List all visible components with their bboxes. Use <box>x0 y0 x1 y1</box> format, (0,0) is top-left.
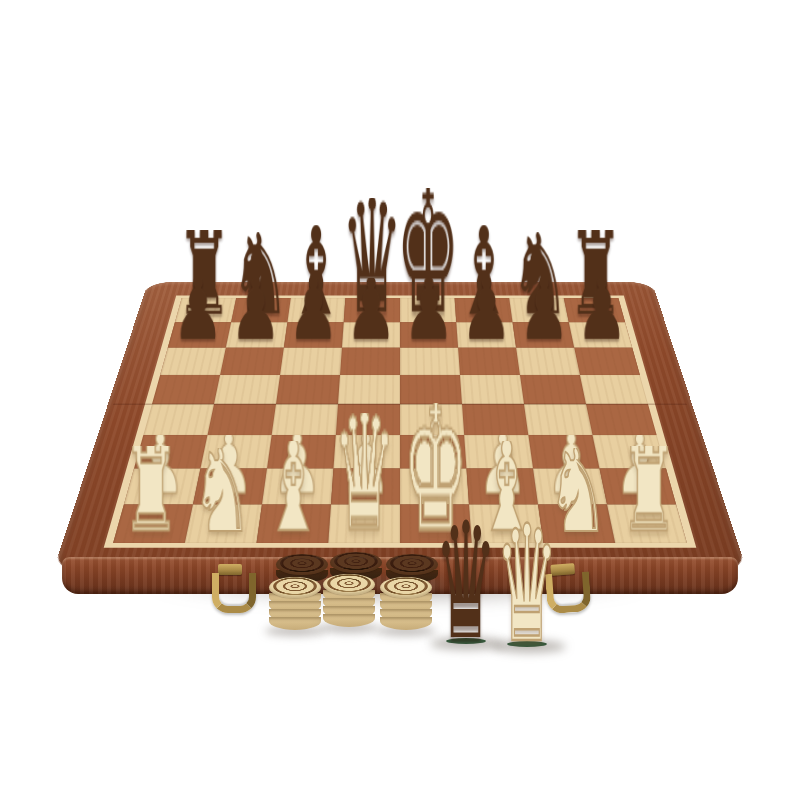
piece-light-knight[interactable]: ♞ <box>191 448 253 535</box>
piece-light-rook[interactable]: ♜ <box>620 446 678 535</box>
checker-disc-top <box>323 574 375 595</box>
brass-clasp-left[interactable] <box>212 564 248 612</box>
square-d1[interactable]: ♛ <box>328 504 400 543</box>
square-b7[interactable]: ♟ <box>226 322 288 348</box>
checker-stack-light-2[interactable] <box>323 574 375 627</box>
square-g6[interactable] <box>516 348 580 375</box>
square-c1[interactable]: ♝ <box>257 504 331 543</box>
checker-disc-top <box>276 554 328 575</box>
square-d6[interactable] <box>340 348 400 375</box>
spare-queen-light[interactable]: ♛ <box>495 528 559 647</box>
piece-dark-pawn[interactable]: ♟ <box>518 277 570 342</box>
board-grid: ♜♞♝♛♚♝♞♜♟♟♟♟♟♟♟♟♟♟♟♟♟♟♟♟♜♞♝♛♚♝♞♜ <box>104 295 697 547</box>
chess-board: ♜♞♝♛♚♝♞♜♟♟♟♟♟♟♟♟♟♟♟♟♟♟♟♟♜♞♝♛♚♝♞♜ <box>53 282 748 573</box>
square-b1[interactable]: ♞ <box>185 504 262 543</box>
piece-light-queen[interactable]: ♛ <box>333 413 397 535</box>
square-c7[interactable]: ♟ <box>284 322 344 348</box>
product-photo-stage: ♜♞♝♛♚♝♞♜♟♟♟♟♟♟♟♟♟♟♟♟♟♟♟♟♜♞♝♛♚♝♞♜ ♛ ♛ <box>0 0 800 800</box>
piece-dark-pawn[interactable]: ♟ <box>576 277 628 342</box>
square-e7[interactable]: ♟ <box>400 322 458 348</box>
piece-dark-pawn[interactable]: ♟ <box>230 277 282 342</box>
piece-dark-pawn[interactable]: ♟ <box>461 277 513 342</box>
piece-light-bishop[interactable]: ♝ <box>264 441 322 535</box>
piece-dark-pawn[interactable]: ♟ <box>345 277 397 342</box>
square-g5[interactable] <box>520 375 586 404</box>
spare-queen-dark[interactable]: ♛ <box>434 525 498 644</box>
square-a7[interactable]: ♟ <box>168 322 231 348</box>
square-f5[interactable] <box>460 375 524 404</box>
square-a6[interactable] <box>160 348 226 375</box>
clasp-buckle <box>212 573 256 613</box>
piece-dark-pawn[interactable]: ♟ <box>288 277 340 342</box>
square-b5[interactable] <box>214 375 280 404</box>
square-h1[interactable]: ♜ <box>607 504 687 543</box>
square-c5[interactable] <box>276 375 340 404</box>
piece-dark-pawn[interactable]: ♟ <box>403 277 455 342</box>
square-a5[interactable] <box>152 375 220 404</box>
square-b6[interactable] <box>220 348 284 375</box>
square-h6[interactable] <box>574 348 640 375</box>
square-g7[interactable]: ♟ <box>513 322 575 348</box>
square-f7[interactable]: ♟ <box>456 322 516 348</box>
checker-disc-top <box>330 552 382 573</box>
checker-stack-light-1[interactable] <box>269 577 321 630</box>
checker-disc-top <box>269 577 321 598</box>
checker-stack-light-3[interactable] <box>380 577 432 630</box>
piece-light-rook[interactable]: ♜ <box>122 446 180 535</box>
square-d7[interactable]: ♟ <box>342 322 400 348</box>
checker-disc-top <box>380 577 432 598</box>
square-h5[interactable] <box>580 375 648 404</box>
piece-dark-pawn[interactable]: ♟ <box>172 277 224 342</box>
checker-disc-top <box>386 554 438 575</box>
square-h7[interactable]: ♟ <box>569 322 632 348</box>
square-c6[interactable] <box>280 348 342 375</box>
square-a1[interactable]: ♜ <box>113 504 193 543</box>
